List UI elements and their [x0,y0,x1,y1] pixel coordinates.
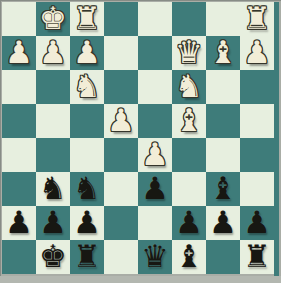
square-e7[interactable] [138,36,172,70]
black-pawn: ♟ [5,205,33,239]
white-pawn: ♟ [5,35,33,69]
chess-diagram-frame: ♚♜♜♟♟♟♛♝♟♞♞♟♝♟♞♞♟♝♟♟♟♟♟♟♚♜♛♝♜ [0,0,281,283]
square-e8[interactable] [138,2,172,36]
square-a1[interactable] [2,240,36,274]
black-pawn: ♟ [243,205,271,239]
square-g6[interactable] [206,70,240,104]
square-c2[interactable]: ♟ [70,206,104,240]
white-pawn: ♟ [39,35,67,69]
square-f3[interactable] [172,172,206,206]
black-bishop: ♝ [209,171,237,205]
square-h4[interactable] [240,138,274,172]
square-a5[interactable] [2,104,36,138]
black-rook: ♜ [243,239,271,273]
square-h8[interactable]: ♜ [240,2,274,36]
square-h3[interactable] [240,172,274,206]
black-pawn: ♟ [175,205,203,239]
square-c8[interactable]: ♜ [70,2,104,36]
black-pawn: ♟ [141,171,169,205]
square-e3[interactable]: ♟ [138,172,172,206]
square-b6[interactable] [36,70,70,104]
square-c7[interactable]: ♟ [70,36,104,70]
square-d4[interactable] [104,138,138,172]
black-queen: ♛ [141,239,169,273]
black-bishop: ♝ [175,239,203,273]
square-b3[interactable]: ♞ [36,172,70,206]
square-f4[interactable] [172,138,206,172]
square-g7[interactable]: ♝ [206,36,240,70]
square-d3[interactable] [104,172,138,206]
square-b8[interactable]: ♚ [36,2,70,36]
square-b7[interactable]: ♟ [36,36,70,70]
white-rook: ♜ [73,1,101,35]
square-c6[interactable]: ♞ [70,70,104,104]
black-pawn: ♟ [73,205,101,239]
white-king: ♚ [39,1,67,35]
square-c4[interactable] [70,138,104,172]
square-h5[interactable] [240,104,274,138]
chess-board: ♚♜♜♟♟♟♛♝♟♞♞♟♝♟♞♞♟♝♟♟♟♟♟♟♚♜♛♝♜ [2,2,274,274]
square-b2[interactable]: ♟ [36,206,70,240]
square-a6[interactable] [2,70,36,104]
square-a3[interactable] [2,172,36,206]
square-g8[interactable] [206,2,240,36]
black-knight: ♞ [39,171,67,205]
square-f1[interactable]: ♝ [172,240,206,274]
white-queen: ♛ [175,35,203,69]
square-d7[interactable] [104,36,138,70]
square-g1[interactable] [206,240,240,274]
white-rook: ♜ [243,1,271,35]
square-a4[interactable] [2,138,36,172]
square-f6[interactable]: ♞ [172,70,206,104]
white-bishop: ♝ [209,35,237,69]
square-d6[interactable] [104,70,138,104]
square-g5[interactable] [206,104,240,138]
black-king: ♚ [39,239,67,273]
square-g3[interactable]: ♝ [206,172,240,206]
square-b1[interactable]: ♚ [36,240,70,274]
square-f5[interactable]: ♝ [172,104,206,138]
square-f2[interactable]: ♟ [172,206,206,240]
square-f8[interactable] [172,2,206,36]
square-e2[interactable] [138,206,172,240]
board-bottom-border [0,276,281,283]
board-right-edge-strip [274,2,279,277]
square-b5[interactable] [36,104,70,138]
square-h6[interactable] [240,70,274,104]
white-pawn: ♟ [107,103,135,137]
black-rook: ♜ [73,239,101,273]
square-b4[interactable] [36,138,70,172]
black-pawn: ♟ [39,205,67,239]
square-d1[interactable] [104,240,138,274]
square-h2[interactable]: ♟ [240,206,274,240]
square-c1[interactable]: ♜ [70,240,104,274]
square-d5[interactable]: ♟ [104,104,138,138]
white-pawn: ♟ [73,35,101,69]
square-g2[interactable]: ♟ [206,206,240,240]
square-h1[interactable]: ♜ [240,240,274,274]
square-a7[interactable]: ♟ [2,36,36,70]
white-pawn: ♟ [243,35,271,69]
square-c3[interactable]: ♞ [70,172,104,206]
square-e1[interactable]: ♛ [138,240,172,274]
square-a2[interactable]: ♟ [2,206,36,240]
square-g4[interactable] [206,138,240,172]
black-knight: ♞ [73,171,101,205]
square-d2[interactable] [104,206,138,240]
white-knight: ♞ [175,69,203,103]
black-pawn: ♟ [209,205,237,239]
square-d8[interactable] [104,2,138,36]
white-pawn: ♟ [141,137,169,171]
square-a8[interactable] [2,2,36,36]
square-e4[interactable]: ♟ [138,138,172,172]
square-h7[interactable]: ♟ [240,36,274,70]
square-e5[interactable] [138,104,172,138]
square-f7[interactable]: ♛ [172,36,206,70]
square-e6[interactable] [138,70,172,104]
white-bishop: ♝ [175,103,203,137]
square-c5[interactable] [70,104,104,138]
white-knight: ♞ [73,69,101,103]
